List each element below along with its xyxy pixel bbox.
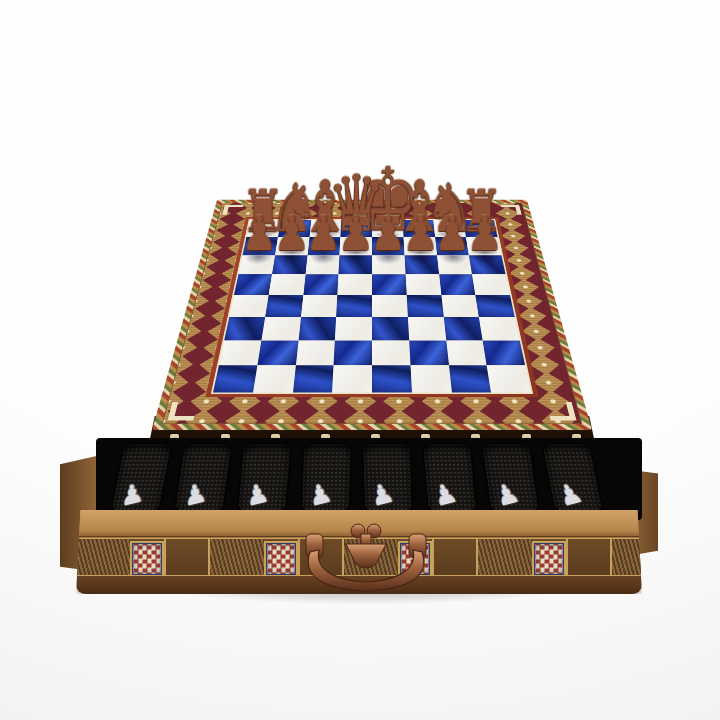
square-e5[interactable] — [372, 274, 406, 295]
square-g4[interactable] — [441, 295, 479, 317]
square-d2[interactable] — [334, 340, 372, 365]
square-d7[interactable]: ♟ — [340, 237, 372, 255]
product-photo-scene: Product photo of a handcrafted mosaic wo… — [0, 0, 720, 720]
inlay-wood-panel — [76, 539, 130, 575]
square-e6[interactable] — [372, 255, 405, 274]
square-d5[interactable] — [338, 274, 372, 295]
square-b1[interactable] — [253, 365, 296, 392]
board-squares: ♜♞♝♛♚♝♞♜♟♟♟♟♟♟♟♟ — [213, 220, 531, 392]
square-c7[interactable]: ♟ — [307, 237, 340, 255]
square-a2[interactable] — [219, 340, 261, 365]
copper-pawn[interactable]: ♟ — [467, 214, 503, 252]
inlay-wood-panel — [566, 539, 612, 575]
silver-piece[interactable]: ♟ — [306, 480, 334, 511]
square-g5[interactable] — [439, 274, 476, 295]
square-c1[interactable] — [293, 365, 334, 392]
inlay-mosaic-square — [130, 541, 164, 576]
handle-backplate — [346, 544, 386, 568]
drawer-foam-tray: ♟♟♟♟♟♟♟♟ — [104, 438, 640, 518]
square-g7[interactable]: ♟ — [435, 237, 469, 255]
square-a1[interactable] — [213, 365, 257, 392]
square-c2[interactable] — [295, 340, 335, 365]
inlay-wood-panel — [478, 539, 532, 575]
square-h6[interactable] — [469, 255, 505, 274]
copper-pawn[interactable]: ♟ — [338, 214, 374, 252]
square-h3[interactable] — [479, 317, 520, 340]
square-b3[interactable] — [261, 317, 300, 340]
square-a5[interactable] — [234, 274, 272, 295]
square-e7[interactable]: ♟ — [372, 237, 404, 255]
silver-piece[interactable]: ♟ — [430, 480, 461, 511]
square-c4[interactable] — [301, 295, 338, 317]
copper-pawn[interactable]: ♟ — [435, 214, 471, 252]
square-h4[interactable] — [475, 295, 514, 317]
square-b6[interactable] — [272, 255, 307, 274]
drawer-slot-8[interactable]: ♟ — [542, 444, 602, 512]
square-d6[interactable] — [339, 255, 372, 274]
chess-board: ♜♞♝♛♚♝♞♜♟♟♟♟♟♟♟♟ — [152, 200, 592, 430]
corner-inlay — [546, 402, 576, 420]
square-b7[interactable]: ♟ — [275, 237, 309, 255]
square-f4[interactable] — [406, 295, 443, 317]
drawer-slot-7[interactable]: ♟ — [483, 444, 540, 512]
square-h7[interactable]: ♟ — [466, 237, 501, 255]
square-e2[interactable] — [372, 340, 410, 365]
square-f1[interactable] — [410, 365, 451, 392]
square-e1[interactable] — [372, 365, 412, 392]
square-f2[interactable] — [409, 340, 449, 365]
square-g3[interactable] — [443, 317, 482, 340]
silver-piece[interactable]: ♟ — [182, 480, 208, 511]
drawer-slot-1[interactable]: ♟ — [111, 444, 171, 512]
square-h2[interactable] — [483, 340, 525, 365]
square-g2[interactable] — [446, 340, 487, 365]
copper-pawn[interactable]: ♟ — [306, 214, 342, 252]
square-d1[interactable] — [332, 365, 372, 392]
square-c6[interactable] — [305, 255, 339, 274]
square-d4[interactable] — [336, 295, 372, 317]
square-f7[interactable]: ♟ — [403, 237, 436, 255]
square-e3[interactable] — [372, 317, 409, 340]
inlay-wood-panel — [164, 539, 210, 575]
silver-piece[interactable]: ♟ — [368, 480, 397, 511]
square-a3[interactable] — [224, 317, 265, 340]
copper-pawn[interactable]: ♟ — [241, 214, 277, 252]
drawer-slot-5[interactable]: ♟ — [363, 444, 412, 512]
silver-piece[interactable]: ♟ — [554, 480, 587, 511]
square-b4[interactable] — [265, 295, 303, 317]
square-g1[interactable] — [449, 365, 492, 392]
square-h1[interactable] — [487, 365, 531, 392]
copper-pawn[interactable]: ♟ — [370, 214, 406, 252]
inlay-mosaic-square — [532, 541, 566, 576]
drawer-slot-6[interactable]: ♟ — [423, 444, 476, 512]
corner-inlay — [501, 205, 522, 215]
copper-pawn[interactable]: ♟ — [402, 214, 438, 252]
drawer-slot-4[interactable]: ♟ — [302, 444, 351, 512]
drawer-slot-3[interactable]: ♟ — [238, 444, 291, 512]
copper-pawn[interactable]: ♟ — [273, 214, 309, 252]
silver-piece[interactable]: ♟ — [120, 480, 145, 511]
square-f6[interactable] — [404, 255, 438, 274]
square-a4[interactable] — [229, 295, 268, 317]
square-c3[interactable] — [298, 317, 336, 340]
square-a7[interactable]: ♟ — [243, 237, 278, 255]
square-b5[interactable] — [269, 274, 306, 295]
square-a6[interactable] — [238, 255, 274, 274]
corner-inlay — [168, 402, 198, 420]
silver-piece[interactable]: ♟ — [244, 480, 271, 511]
square-c5[interactable] — [303, 274, 339, 295]
square-d3[interactable] — [335, 317, 372, 340]
square-e4[interactable] — [372, 295, 408, 317]
square-g6[interactable] — [437, 255, 472, 274]
inlay-wood-panel — [210, 539, 264, 575]
square-b2[interactable] — [257, 340, 298, 365]
drawer-handle[interactable] — [288, 522, 444, 600]
square-f5[interactable] — [405, 274, 441, 295]
drawer-slot-2[interactable]: ♟ — [175, 444, 232, 512]
silver-piece[interactable]: ♟ — [492, 480, 524, 511]
inlay-wood-panel — [612, 539, 642, 575]
square-f3[interactable] — [408, 317, 446, 340]
square-h5[interactable] — [472, 274, 510, 295]
